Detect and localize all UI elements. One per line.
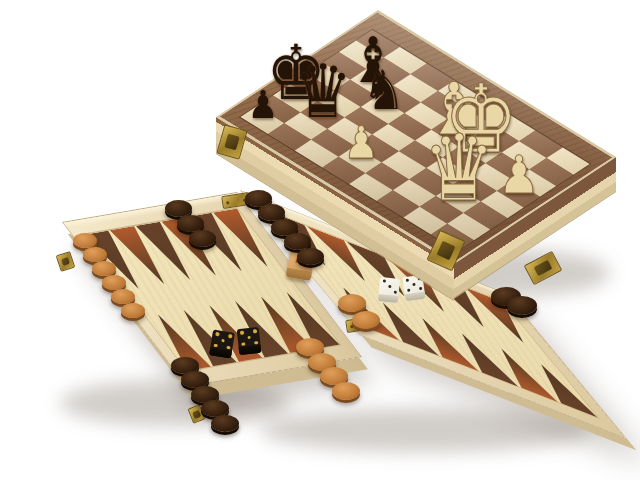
checker-dark[interactable] bbox=[189, 230, 216, 247]
die-pip bbox=[412, 283, 416, 286]
die-pip bbox=[221, 339, 225, 343]
die-pip bbox=[227, 345, 231, 349]
shadow-under-left-half bbox=[60, 380, 290, 426]
dark-pawn-a1[interactable]: ♟ bbox=[248, 86, 279, 125]
light-pawn-h5[interactable]: ♟ bbox=[499, 149, 540, 202]
die-pip bbox=[393, 291, 396, 294]
checker-orange[interactable] bbox=[92, 261, 116, 276]
black-die-2[interactable] bbox=[237, 327, 262, 355]
checker-dark[interactable] bbox=[297, 248, 324, 265]
die-pip bbox=[419, 287, 423, 290]
die-pip bbox=[241, 342, 245, 346]
checker-orange[interactable] bbox=[332, 382, 360, 400]
light-queen-g3[interactable]: ♛ bbox=[423, 123, 496, 215]
checker-orange[interactable] bbox=[111, 289, 135, 304]
die-pip bbox=[254, 341, 258, 345]
die-pip bbox=[388, 285, 391, 288]
checker-orange[interactable] bbox=[83, 247, 107, 262]
checker-dark[interactable] bbox=[211, 415, 239, 432]
die-pip bbox=[253, 329, 257, 333]
black-die-1[interactable] bbox=[209, 329, 235, 358]
checker-orange[interactable] bbox=[73, 233, 97, 248]
die-pip bbox=[247, 336, 251, 340]
die-pip bbox=[214, 343, 218, 347]
checker-dark[interactable] bbox=[507, 296, 537, 315]
dark-knight-c5[interactable]: ♞ bbox=[362, 64, 405, 118]
checker-dark[interactable] bbox=[177, 215, 204, 232]
checker-orange[interactable] bbox=[102, 275, 126, 290]
die-pip bbox=[228, 334, 232, 338]
die-pip bbox=[383, 279, 386, 282]
die-pip bbox=[215, 332, 219, 336]
checker-orange[interactable] bbox=[121, 303, 145, 318]
die-pip bbox=[405, 279, 409, 282]
die-top-face bbox=[379, 277, 401, 296]
checker-dark[interactable] bbox=[165, 200, 192, 217]
die-pip bbox=[407, 289, 411, 292]
latch-icon bbox=[56, 251, 76, 272]
die-pip bbox=[240, 331, 244, 335]
white-die-1[interactable] bbox=[378, 277, 400, 303]
light-pawn-d2[interactable]: ♟ bbox=[344, 121, 379, 166]
product-photo-scene: 2 ♚♟♛♝♞♟♝♚♛♟ bbox=[0, 0, 640, 480]
checker-orange[interactable] bbox=[338, 294, 366, 312]
shadow-under-right-half bbox=[260, 408, 590, 452]
checker-orange[interactable] bbox=[352, 311, 380, 329]
